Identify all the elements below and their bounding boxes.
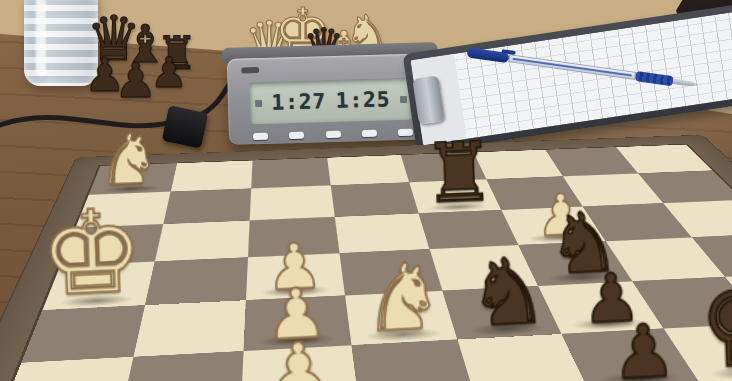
board-grid: ♞♜♟♚♟♞♟♞♞♟♟♟♚♟	[0, 145, 732, 381]
square-a3[interactable]	[251, 158, 331, 189]
square-b5[interactable]: ♜	[409, 179, 501, 213]
square-b1[interactable]	[76, 192, 171, 228]
square-d3[interactable]: ♟	[246, 253, 345, 300]
piece-shadow	[705, 363, 732, 381]
square-d5[interactable]	[430, 245, 539, 291]
board-frame: ♞♜♟♚♟♞♟♞♞♟♟♟♚♟	[0, 135, 732, 381]
black-clock-time: 1:25	[336, 87, 391, 113]
clock-brand-logo	[241, 67, 259, 74]
square-b4[interactable]	[331, 182, 419, 217]
square-e1[interactable]	[21, 305, 145, 363]
square-c2[interactable]	[155, 220, 250, 261]
square-c4[interactable]	[335, 213, 430, 253]
pen-clip	[501, 49, 515, 55]
square-a1[interactable]: ♞	[89, 163, 177, 195]
white-clock-time: 1:27	[271, 89, 326, 115]
clock-move-icon	[400, 95, 407, 102]
square-c6[interactable]: ♟	[501, 206, 605, 245]
square-f3[interactable]: ♟	[241, 345, 360, 381]
square-a5[interactable]	[401, 152, 487, 182]
square-a7[interactable]	[545, 147, 638, 176]
square-e2[interactable]	[133, 300, 245, 357]
square-d1[interactable]: ♚	[42, 262, 154, 311]
square-e5[interactable]: ♞	[442, 286, 561, 340]
square-a8[interactable]	[616, 145, 712, 174]
square-d4[interactable]	[340, 249, 443, 295]
square-c1[interactable]	[60, 224, 163, 266]
square-e3[interactable]: ♟	[244, 295, 352, 351]
square-a4[interactable]	[327, 155, 409, 185]
square-f4[interactable]	[351, 340, 475, 381]
square-f1[interactable]	[0, 357, 133, 381]
clock-display: 1:27 1:25	[250, 78, 413, 125]
square-b2[interactable]	[163, 188, 251, 224]
square-a2[interactable]	[171, 160, 253, 191]
square-c3[interactable]	[248, 217, 340, 257]
scene: ♛♝♜♟♟♟ ♛♚♛♝♞ 1:27 1:25 ♞♜♟♚♟♞♟♞♞♟♟	[0, 0, 732, 381]
piece-shadow	[597, 370, 685, 381]
water-bottle[interactable]	[24, 0, 98, 86]
bottle-highlight	[36, 0, 46, 76]
square-d2[interactable]	[145, 257, 248, 305]
square-b3[interactable]	[250, 185, 335, 220]
clock-flag-icon	[255, 99, 262, 106]
square-e4[interactable]: ♞	[345, 291, 457, 346]
chess-board: ♞♜♟♚♟♞♟♞♞♟♟♟♚♟	[0, 135, 732, 381]
pen-tip	[673, 78, 700, 88]
